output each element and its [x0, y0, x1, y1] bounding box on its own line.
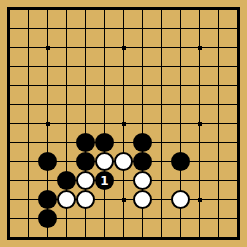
- white-stone: [133, 190, 152, 209]
- black-stone: [38, 190, 57, 209]
- black-stone: [76, 133, 95, 152]
- white-stone: [95, 152, 114, 171]
- white-stone: [133, 171, 152, 190]
- white-stone: [171, 190, 190, 209]
- black-stone: [57, 171, 76, 190]
- black-stone: [38, 152, 57, 171]
- white-stone: [114, 152, 133, 171]
- go-board: 1: [0, 0, 247, 247]
- black-stone: [95, 133, 114, 152]
- black-stone: [133, 133, 152, 152]
- marked-black-stone: 1: [95, 171, 114, 190]
- white-stone: [57, 190, 76, 209]
- go-diagram: 1: [0, 0, 247, 247]
- black-stone: [38, 209, 57, 228]
- move-number-label: 1: [100, 174, 108, 186]
- white-stone: [76, 171, 95, 190]
- black-stone: [171, 152, 190, 171]
- black-stone: [133, 152, 152, 171]
- white-stone: [76, 190, 95, 209]
- black-stone: [76, 152, 95, 171]
